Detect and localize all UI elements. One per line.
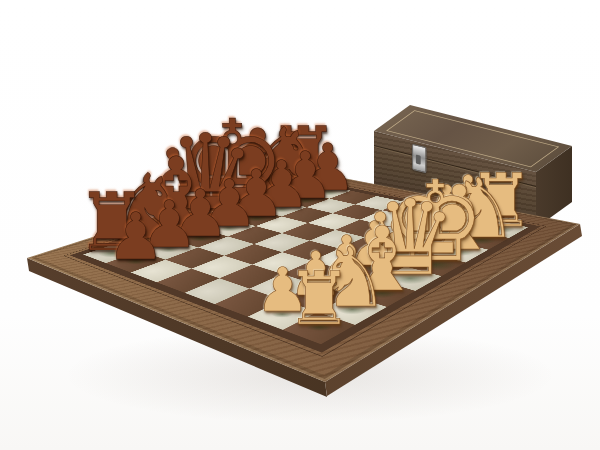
box-clasp-notch <box>416 155 421 165</box>
chess-set-photo: ♜♞♝♛♚♝♞♜♟♟♟♟♟♟♟♟♟♟♟♟♟♟♟♟♜♞♝♛♚♝♞♜ <box>0 0 600 450</box>
box-clasp <box>412 144 426 174</box>
